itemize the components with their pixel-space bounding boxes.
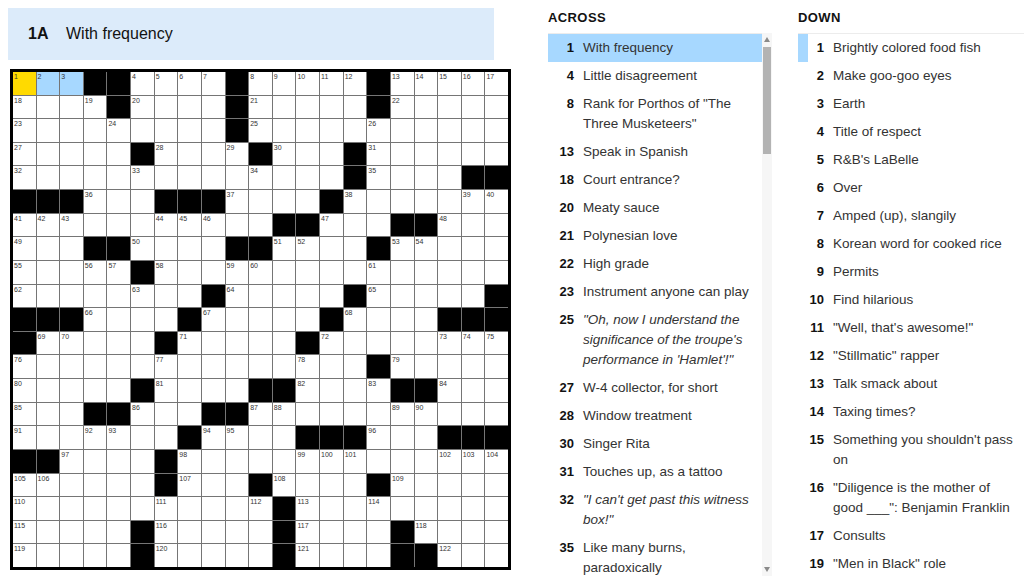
grid-cell[interactable] bbox=[202, 261, 225, 284]
grid-cell[interactable] bbox=[84, 143, 107, 166]
grid-cell[interactable] bbox=[462, 119, 485, 142]
grid-cell[interactable] bbox=[60, 143, 83, 166]
grid-cell[interactable] bbox=[202, 379, 225, 402]
across-clue-list[interactable]: 1With frequency4Little disagreement8Rank… bbox=[548, 33, 762, 576]
crossword-grid[interactable]: 1234567891011121314151617181920212223242… bbox=[10, 69, 511, 570]
grid-cell[interactable] bbox=[249, 426, 272, 449]
down-clue-item[interactable]: 16"Diligence is the mother of good ___":… bbox=[798, 474, 1024, 522]
grid-cell[interactable]: 65 bbox=[367, 285, 390, 308]
down-clue-item[interactable]: 9Permits bbox=[798, 258, 1024, 286]
grid-cell[interactable] bbox=[202, 450, 225, 473]
grid-cell[interactable]: 102 bbox=[438, 450, 461, 473]
grid-cell[interactable]: 67 bbox=[202, 308, 225, 331]
across-clue-item[interactable]: 18Court entrance? bbox=[548, 166, 762, 194]
grid-cell[interactable] bbox=[107, 190, 130, 213]
grid-cell[interactable] bbox=[296, 261, 319, 284]
grid-cell[interactable]: 75 bbox=[485, 332, 508, 355]
grid-cell[interactable]: 36 bbox=[84, 190, 107, 213]
grid-cell[interactable]: 77 bbox=[155, 355, 178, 378]
across-clue-item[interactable]: 13Speak in Spanish bbox=[548, 138, 762, 166]
grid-cell[interactable]: 47 bbox=[320, 214, 343, 237]
grid-cell[interactable] bbox=[226, 166, 249, 189]
grid-cell[interactable] bbox=[273, 285, 296, 308]
grid-cell[interactable] bbox=[84, 450, 107, 473]
grid-cell[interactable]: 114 bbox=[367, 497, 390, 520]
grid-cell[interactable] bbox=[249, 308, 272, 331]
grid-cell[interactable]: 41 bbox=[13, 214, 36, 237]
grid-cell[interactable] bbox=[438, 166, 461, 189]
grid-cell[interactable] bbox=[391, 119, 414, 142]
grid-cell[interactable]: 119 bbox=[13, 544, 36, 567]
grid-cell[interactable] bbox=[273, 450, 296, 473]
grid-cell[interactable] bbox=[438, 355, 461, 378]
grid-cell[interactable]: 52 bbox=[296, 237, 319, 260]
grid-cell[interactable] bbox=[320, 143, 343, 166]
grid-cell[interactable] bbox=[107, 497, 130, 520]
grid-cell[interactable]: 116 bbox=[155, 521, 178, 544]
grid-cell[interactable]: 13 bbox=[391, 72, 414, 95]
grid-cell[interactable]: 15 bbox=[438, 72, 461, 95]
grid-cell[interactable] bbox=[249, 521, 272, 544]
grid-cell[interactable] bbox=[226, 497, 249, 520]
grid-cell[interactable]: 76 bbox=[13, 355, 36, 378]
grid-cell[interactable]: 69 bbox=[37, 332, 60, 355]
grid-cell[interactable]: 96 bbox=[367, 426, 390, 449]
grid-cell[interactable]: 24 bbox=[107, 119, 130, 142]
grid-cell[interactable]: 85 bbox=[13, 403, 36, 426]
down-clue-item[interactable]: 7Amped (up), slangily bbox=[798, 202, 1024, 230]
grid-cell[interactable] bbox=[37, 166, 60, 189]
grid-cell[interactable] bbox=[107, 474, 130, 497]
grid-cell[interactable] bbox=[273, 261, 296, 284]
grid-cell[interactable] bbox=[202, 474, 225, 497]
grid-cell[interactable] bbox=[415, 332, 438, 355]
grid-cell[interactable]: 57 bbox=[107, 261, 130, 284]
grid-cell[interactable]: 55 bbox=[13, 261, 36, 284]
grid-cell[interactable] bbox=[131, 190, 154, 213]
grid-cell[interactable] bbox=[37, 261, 60, 284]
grid-cell[interactable]: 42 bbox=[37, 214, 60, 237]
grid-cell[interactable]: 44 bbox=[155, 214, 178, 237]
grid-cell[interactable]: 84 bbox=[438, 379, 461, 402]
grid-cell[interactable]: 93 bbox=[107, 426, 130, 449]
across-clue-item[interactable]: 21Polynesian love bbox=[548, 222, 762, 250]
grid-cell[interactable]: 11 bbox=[320, 72, 343, 95]
grid-cell[interactable] bbox=[107, 379, 130, 402]
grid-cell[interactable]: 28 bbox=[155, 143, 178, 166]
grid-cell[interactable]: 5 bbox=[155, 72, 178, 95]
grid-cell[interactable]: 89 bbox=[391, 403, 414, 426]
grid-cell[interactable]: 54 bbox=[415, 237, 438, 260]
grid-cell[interactable] bbox=[178, 497, 201, 520]
grid-cell[interactable]: 19 bbox=[84, 96, 107, 119]
grid-cell[interactable] bbox=[273, 119, 296, 142]
grid-cell[interactable]: 86 bbox=[131, 403, 154, 426]
grid-cell[interactable] bbox=[37, 119, 60, 142]
grid-cell[interactable] bbox=[37, 285, 60, 308]
grid-cell[interactable] bbox=[107, 308, 130, 331]
grid-cell[interactable]: 82 bbox=[296, 379, 319, 402]
grid-cell[interactable] bbox=[226, 332, 249, 355]
grid-cell[interactable]: 71 bbox=[178, 332, 201, 355]
grid-cell[interactable] bbox=[37, 379, 60, 402]
grid-cell[interactable] bbox=[178, 237, 201, 260]
grid-cell[interactable] bbox=[84, 521, 107, 544]
grid-cell[interactable] bbox=[60, 474, 83, 497]
grid-cell[interactable] bbox=[37, 544, 60, 567]
across-clue-item[interactable]: 22High grade bbox=[548, 250, 762, 278]
grid-cell[interactable] bbox=[344, 261, 367, 284]
grid-cell[interactable]: 112 bbox=[249, 497, 272, 520]
grid-cell[interactable] bbox=[273, 96, 296, 119]
grid-cell[interactable] bbox=[202, 119, 225, 142]
grid-cell[interactable] bbox=[273, 308, 296, 331]
grid-cell[interactable]: 74 bbox=[462, 332, 485, 355]
grid-cell[interactable]: 29 bbox=[226, 143, 249, 166]
grid-cell[interactable] bbox=[178, 285, 201, 308]
across-clue-item[interactable]: 8Rank for Porthos of "The Three Musketee… bbox=[548, 90, 762, 138]
grid-cell[interactable] bbox=[391, 426, 414, 449]
grid-cell[interactable]: 12 bbox=[344, 72, 367, 95]
grid-cell[interactable] bbox=[415, 308, 438, 331]
grid-cell[interactable]: 118 bbox=[415, 521, 438, 544]
grid-cell[interactable] bbox=[391, 166, 414, 189]
grid-cell[interactable] bbox=[415, 426, 438, 449]
grid-cell[interactable] bbox=[84, 332, 107, 355]
across-clue-item[interactable]: 27W-4 collector, for short bbox=[548, 374, 762, 402]
grid-cell[interactable] bbox=[415, 190, 438, 213]
grid-cell[interactable] bbox=[462, 521, 485, 544]
grid-cell[interactable] bbox=[155, 308, 178, 331]
grid-cell[interactable] bbox=[178, 355, 201, 378]
down-clue-item[interactable]: 17Consults bbox=[798, 522, 1024, 550]
grid-cell[interactable]: 92 bbox=[84, 426, 107, 449]
grid-cell[interactable] bbox=[344, 544, 367, 567]
grid-cell[interactable] bbox=[344, 96, 367, 119]
grid-cell[interactable] bbox=[60, 426, 83, 449]
grid-cell[interactable]: 108 bbox=[273, 474, 296, 497]
grid-cell[interactable] bbox=[320, 237, 343, 260]
grid-cell[interactable] bbox=[296, 285, 319, 308]
grid-cell[interactable]: 32 bbox=[13, 166, 36, 189]
grid-cell[interactable] bbox=[84, 355, 107, 378]
grid-cell[interactable] bbox=[202, 544, 225, 567]
grid-cell[interactable] bbox=[391, 332, 414, 355]
grid-cell[interactable] bbox=[155, 426, 178, 449]
grid-cell[interactable]: 45 bbox=[178, 214, 201, 237]
across-clue-item[interactable]: 28Window treatment bbox=[548, 402, 762, 430]
grid-cell[interactable] bbox=[273, 355, 296, 378]
grid-cell[interactable] bbox=[84, 285, 107, 308]
grid-cell[interactable] bbox=[37, 521, 60, 544]
grid-cell[interactable] bbox=[249, 450, 272, 473]
grid-cell[interactable]: 31 bbox=[367, 143, 390, 166]
across-clue-item[interactable]: 35Like many burns, paradoxically bbox=[548, 534, 762, 576]
grid-cell[interactable] bbox=[320, 403, 343, 426]
grid-cell[interactable] bbox=[462, 285, 485, 308]
grid-cell[interactable] bbox=[438, 237, 461, 260]
grid-cell[interactable] bbox=[485, 214, 508, 237]
grid-cell[interactable] bbox=[60, 119, 83, 142]
grid-cell[interactable]: 110 bbox=[13, 497, 36, 520]
grid-cell[interactable] bbox=[131, 119, 154, 142]
grid-cell[interactable] bbox=[107, 285, 130, 308]
grid-cell[interactable]: 64 bbox=[226, 285, 249, 308]
grid-cell[interactable] bbox=[320, 521, 343, 544]
grid-cell[interactable] bbox=[273, 190, 296, 213]
grid-cell[interactable] bbox=[107, 450, 130, 473]
grid-cell[interactable]: 7 bbox=[202, 72, 225, 95]
grid-cell[interactable] bbox=[107, 143, 130, 166]
grid-cell[interactable] bbox=[367, 308, 390, 331]
grid-cell[interactable] bbox=[462, 261, 485, 284]
grid-cell[interactable] bbox=[320, 544, 343, 567]
across-clue-item[interactable]: 1With frequency bbox=[548, 34, 762, 62]
grid-cell[interactable] bbox=[155, 166, 178, 189]
grid-cell[interactable]: 51 bbox=[273, 237, 296, 260]
grid-cell[interactable] bbox=[367, 544, 390, 567]
grid-cell[interactable] bbox=[391, 285, 414, 308]
grid-cell[interactable] bbox=[155, 403, 178, 426]
grid-cell[interactable]: 72 bbox=[320, 332, 343, 355]
grid-cell[interactable]: 73 bbox=[438, 332, 461, 355]
grid-cell[interactable] bbox=[37, 143, 60, 166]
grid-cell[interactable]: 53 bbox=[391, 237, 414, 260]
grid-cell[interactable] bbox=[438, 143, 461, 166]
grid-cell[interactable] bbox=[296, 474, 319, 497]
down-clue-item[interactable]: 14Taxing times? bbox=[798, 398, 1024, 426]
grid-cell[interactable] bbox=[438, 261, 461, 284]
grid-cell[interactable] bbox=[226, 521, 249, 544]
grid-cell[interactable] bbox=[178, 143, 201, 166]
grid-cell[interactable] bbox=[415, 355, 438, 378]
grid-cell[interactable]: 16 bbox=[462, 72, 485, 95]
grid-cell[interactable] bbox=[344, 237, 367, 260]
grid-cell[interactable] bbox=[320, 119, 343, 142]
grid-cell[interactable] bbox=[391, 190, 414, 213]
grid-cell[interactable]: 17 bbox=[485, 72, 508, 95]
grid-cell[interactable]: 90 bbox=[415, 403, 438, 426]
grid-cell[interactable] bbox=[60, 521, 83, 544]
grid-cell[interactable]: 38 bbox=[344, 190, 367, 213]
grid-cell[interactable] bbox=[438, 474, 461, 497]
scrollbar-thumb[interactable] bbox=[763, 47, 771, 154]
grid-cell[interactable] bbox=[131, 308, 154, 331]
grid-cell[interactable] bbox=[296, 143, 319, 166]
grid-cell[interactable]: 83 bbox=[367, 379, 390, 402]
grid-cell[interactable] bbox=[415, 119, 438, 142]
grid-cell[interactable]: 78 bbox=[296, 355, 319, 378]
grid-cell[interactable]: 34 bbox=[249, 166, 272, 189]
grid-cell[interactable] bbox=[178, 119, 201, 142]
grid-cell[interactable] bbox=[438, 285, 461, 308]
grid-cell[interactable]: 10 bbox=[296, 72, 319, 95]
grid-cell[interactable] bbox=[344, 497, 367, 520]
grid-cell[interactable] bbox=[202, 143, 225, 166]
grid-cell[interactable]: 94 bbox=[202, 426, 225, 449]
down-clue-item[interactable]: 11"Well, that's awesome!" bbox=[798, 314, 1024, 342]
grid-cell[interactable] bbox=[485, 403, 508, 426]
grid-cell[interactable] bbox=[178, 261, 201, 284]
grid-cell[interactable] bbox=[131, 214, 154, 237]
down-clue-item[interactable]: 3Earth bbox=[798, 90, 1024, 118]
grid-cell[interactable]: 33 bbox=[131, 166, 154, 189]
grid-cell[interactable] bbox=[391, 143, 414, 166]
grid-cell[interactable] bbox=[485, 474, 508, 497]
across-clue-item[interactable]: 31Touches up, as a tattoo bbox=[548, 458, 762, 486]
grid-cell[interactable]: 18 bbox=[13, 96, 36, 119]
across-clue-item[interactable]: 23Instrument anyone can play bbox=[548, 278, 762, 306]
grid-cell[interactable] bbox=[107, 332, 130, 355]
grid-cell[interactable] bbox=[249, 285, 272, 308]
grid-cell[interactable] bbox=[60, 237, 83, 260]
grid-cell[interactable]: 49 bbox=[13, 237, 36, 260]
grid-cell[interactable]: 46 bbox=[202, 214, 225, 237]
grid-cell[interactable]: 68 bbox=[344, 308, 367, 331]
grid-cell[interactable] bbox=[367, 214, 390, 237]
grid-cell[interactable] bbox=[438, 96, 461, 119]
grid-cell[interactable] bbox=[485, 96, 508, 119]
grid-cell[interactable]: 4 bbox=[131, 72, 154, 95]
grid-cell[interactable] bbox=[344, 474, 367, 497]
grid-cell[interactable] bbox=[296, 190, 319, 213]
down-clue-list[interactable]: 1Brightly colored food fish2Make goo-goo… bbox=[798, 33, 1024, 576]
grid-cell[interactable] bbox=[391, 308, 414, 331]
grid-cell[interactable] bbox=[131, 332, 154, 355]
grid-cell[interactable] bbox=[107, 166, 130, 189]
grid-cell[interactable] bbox=[155, 285, 178, 308]
grid-cell[interactable] bbox=[344, 355, 367, 378]
grid-cell[interactable] bbox=[60, 166, 83, 189]
grid-cell[interactable] bbox=[60, 96, 83, 119]
grid-cell[interactable] bbox=[485, 521, 508, 544]
grid-cell[interactable] bbox=[107, 214, 130, 237]
grid-cell[interactable] bbox=[60, 379, 83, 402]
grid-cell[interactable] bbox=[462, 403, 485, 426]
grid-cell[interactable] bbox=[296, 166, 319, 189]
grid-cell[interactable] bbox=[367, 521, 390, 544]
grid-cell[interactable] bbox=[178, 379, 201, 402]
grid-cell[interactable] bbox=[226, 474, 249, 497]
grid-cell[interactable]: 99 bbox=[296, 450, 319, 473]
grid-cell[interactable] bbox=[226, 544, 249, 567]
grid-cell[interactable]: 101 bbox=[344, 450, 367, 473]
grid-cell[interactable] bbox=[249, 355, 272, 378]
grid-cell[interactable] bbox=[320, 285, 343, 308]
grid-cell[interactable]: 115 bbox=[13, 521, 36, 544]
grid-cell[interactable] bbox=[60, 355, 83, 378]
across-clue-item[interactable]: 20Meaty sauce bbox=[548, 194, 762, 222]
grid-cell[interactable] bbox=[485, 497, 508, 520]
grid-cell[interactable]: 8 bbox=[249, 72, 272, 95]
grid-cell[interactable] bbox=[296, 96, 319, 119]
grid-cell[interactable]: 120 bbox=[155, 544, 178, 567]
grid-cell[interactable] bbox=[60, 497, 83, 520]
grid-cell[interactable] bbox=[438, 521, 461, 544]
grid-cell[interactable] bbox=[415, 166, 438, 189]
grid-cell[interactable] bbox=[84, 166, 107, 189]
grid-cell[interactable] bbox=[344, 214, 367, 237]
grid-cell[interactable] bbox=[84, 214, 107, 237]
grid-cell[interactable] bbox=[178, 96, 201, 119]
grid-cell[interactable] bbox=[273, 332, 296, 355]
grid-cell[interactable] bbox=[485, 237, 508, 260]
grid-cell[interactable] bbox=[367, 190, 390, 213]
grid-cell[interactable]: 3 bbox=[60, 72, 83, 95]
grid-cell[interactable]: 59 bbox=[226, 261, 249, 284]
across-clue-item[interactable]: 32"I can't get past this witness box!" bbox=[548, 486, 762, 534]
grid-cell[interactable]: 79 bbox=[391, 355, 414, 378]
grid-cell[interactable]: 2 bbox=[37, 72, 60, 95]
grid-cell[interactable]: 35 bbox=[367, 166, 390, 189]
grid-cell[interactable] bbox=[367, 450, 390, 473]
grid-cell[interactable] bbox=[462, 474, 485, 497]
grid-cell[interactable] bbox=[155, 119, 178, 142]
grid-cell[interactable] bbox=[202, 355, 225, 378]
grid-cell[interactable] bbox=[415, 450, 438, 473]
grid-cell[interactable] bbox=[249, 214, 272, 237]
grid-cell[interactable] bbox=[273, 166, 296, 189]
grid-cell[interactable]: 21 bbox=[249, 96, 272, 119]
grid-cell[interactable]: 113 bbox=[296, 497, 319, 520]
grid-cell[interactable] bbox=[438, 119, 461, 142]
grid-cell[interactable] bbox=[84, 119, 107, 142]
grid-cell[interactable] bbox=[249, 544, 272, 567]
grid-cell[interactable] bbox=[178, 166, 201, 189]
grid-cell[interactable] bbox=[485, 379, 508, 402]
grid-cell[interactable] bbox=[37, 237, 60, 260]
grid-cell[interactable] bbox=[462, 214, 485, 237]
down-clue-item[interactable]: 5R&B's LaBelle bbox=[798, 146, 1024, 174]
grid-cell[interactable]: 80 bbox=[13, 379, 36, 402]
grid-cell[interactable] bbox=[202, 497, 225, 520]
across-clue-item[interactable]: 4Little disagreement bbox=[548, 62, 762, 90]
grid-cell[interactable]: 105 bbox=[13, 474, 36, 497]
down-clue-item[interactable]: 6Over bbox=[798, 174, 1024, 202]
grid-cell[interactable] bbox=[462, 237, 485, 260]
down-clue-item[interactable]: 1Brightly colored food fish bbox=[798, 34, 1024, 62]
grid-cell[interactable] bbox=[131, 426, 154, 449]
grid-cell[interactable]: 111 bbox=[155, 497, 178, 520]
grid-cell[interactable]: 26 bbox=[367, 119, 390, 142]
grid-cell[interactable]: 61 bbox=[367, 261, 390, 284]
grid-cell[interactable] bbox=[344, 119, 367, 142]
grid-cell[interactable]: 103 bbox=[462, 450, 485, 473]
grid-cell[interactable]: 25 bbox=[249, 119, 272, 142]
grid-cell[interactable] bbox=[415, 261, 438, 284]
grid-cell[interactable] bbox=[320, 355, 343, 378]
down-clue-item[interactable]: 10Find hilarious bbox=[798, 286, 1024, 314]
grid-cell[interactable] bbox=[249, 332, 272, 355]
across-clue-item[interactable]: 30Singer Rita bbox=[548, 430, 762, 458]
grid-cell[interactable] bbox=[391, 497, 414, 520]
grid-cell[interactable] bbox=[60, 403, 83, 426]
grid-cell[interactable] bbox=[202, 237, 225, 260]
grid-cell[interactable] bbox=[438, 190, 461, 213]
grid-cell[interactable]: 48 bbox=[438, 214, 461, 237]
grid-cell[interactable]: 37 bbox=[226, 190, 249, 213]
scrollbar-up-button[interactable] bbox=[762, 33, 772, 46]
grid-cell[interactable] bbox=[131, 497, 154, 520]
grid-cell[interactable]: 98 bbox=[178, 450, 201, 473]
grid-cell[interactable] bbox=[485, 544, 508, 567]
grid-cell[interactable]: 6 bbox=[178, 72, 201, 95]
grid-cell[interactable] bbox=[131, 450, 154, 473]
grid-cell[interactable] bbox=[485, 119, 508, 142]
grid-cell[interactable]: 9 bbox=[273, 72, 296, 95]
grid-cell[interactable] bbox=[84, 497, 107, 520]
grid-cell[interactable]: 81 bbox=[155, 379, 178, 402]
